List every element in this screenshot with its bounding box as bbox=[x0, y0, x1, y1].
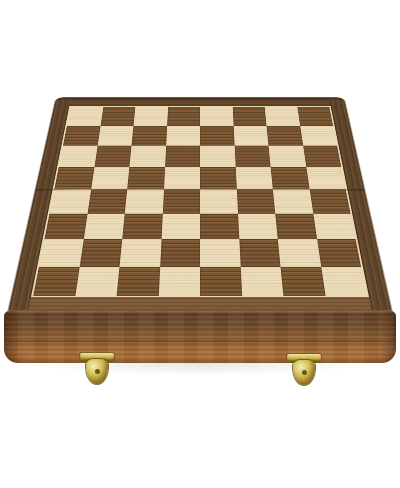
square-d2 bbox=[160, 239, 200, 266]
chess-board bbox=[31, 106, 369, 297]
square-a6 bbox=[59, 146, 97, 167]
fold-seam bbox=[35, 189, 365, 190]
square-e1 bbox=[200, 266, 242, 295]
square-b6 bbox=[94, 146, 131, 167]
square-a2 bbox=[39, 239, 83, 266]
square-f7 bbox=[233, 126, 268, 146]
square-d1 bbox=[158, 266, 200, 295]
square-b5 bbox=[91, 167, 130, 190]
square-f6 bbox=[234, 146, 270, 167]
square-e3 bbox=[200, 213, 239, 239]
square-d4 bbox=[162, 189, 200, 213]
square-c1 bbox=[117, 266, 160, 295]
square-a5 bbox=[54, 167, 94, 190]
square-e4 bbox=[200, 189, 238, 213]
square-h7 bbox=[300, 126, 337, 146]
square-c5 bbox=[127, 167, 165, 190]
square-d7 bbox=[166, 126, 200, 146]
square-h4 bbox=[309, 189, 350, 213]
square-g5 bbox=[271, 167, 310, 190]
square-c7 bbox=[132, 126, 167, 146]
square-h5 bbox=[306, 167, 346, 190]
square-e6 bbox=[200, 146, 235, 167]
square-b3 bbox=[83, 213, 124, 239]
square-e5 bbox=[200, 167, 236, 190]
board-top-face bbox=[8, 97, 392, 312]
square-d6 bbox=[165, 146, 200, 167]
square-f3 bbox=[238, 213, 278, 239]
square-h2 bbox=[317, 239, 361, 266]
square-h1 bbox=[321, 266, 367, 295]
square-d3 bbox=[161, 213, 200, 239]
square-a7 bbox=[63, 126, 100, 146]
square-f2 bbox=[239, 239, 281, 266]
square-f4 bbox=[236, 189, 275, 213]
latch-clasp-icon bbox=[86, 359, 108, 384]
square-g6 bbox=[268, 146, 305, 167]
square-g4 bbox=[273, 189, 313, 213]
square-a4 bbox=[50, 189, 91, 213]
square-d8 bbox=[167, 107, 200, 126]
square-b1 bbox=[75, 266, 120, 295]
square-g8 bbox=[265, 107, 300, 126]
square-g7 bbox=[267, 126, 303, 146]
latch-clasp-icon bbox=[293, 360, 315, 385]
square-f5 bbox=[235, 167, 273, 190]
square-h6 bbox=[303, 146, 341, 167]
square-g2 bbox=[278, 239, 321, 266]
brass-latch-right bbox=[287, 354, 321, 385]
square-b8 bbox=[100, 107, 135, 126]
square-b2 bbox=[79, 239, 122, 266]
square-c6 bbox=[129, 146, 165, 167]
product-photo bbox=[0, 0, 400, 488]
square-d5 bbox=[164, 167, 200, 190]
square-b7 bbox=[97, 126, 133, 146]
brass-latch-left bbox=[80, 353, 114, 384]
lid-seam bbox=[6, 341, 394, 342]
square-g3 bbox=[275, 213, 316, 239]
square-c3 bbox=[122, 213, 162, 239]
square-a3 bbox=[44, 213, 87, 239]
square-c8 bbox=[133, 107, 167, 126]
box-front-face bbox=[4, 311, 396, 363]
square-f1 bbox=[240, 266, 283, 295]
square-h3 bbox=[313, 213, 356, 239]
square-a8 bbox=[67, 107, 103, 126]
square-h8 bbox=[297, 107, 333, 126]
square-c4 bbox=[125, 189, 164, 213]
square-g1 bbox=[280, 266, 325, 295]
square-f8 bbox=[232, 107, 266, 126]
square-a1 bbox=[33, 266, 79, 295]
square-e8 bbox=[200, 107, 233, 126]
square-e2 bbox=[200, 239, 240, 266]
square-b4 bbox=[87, 189, 127, 213]
square-e7 bbox=[200, 126, 234, 146]
square-c2 bbox=[120, 239, 162, 266]
